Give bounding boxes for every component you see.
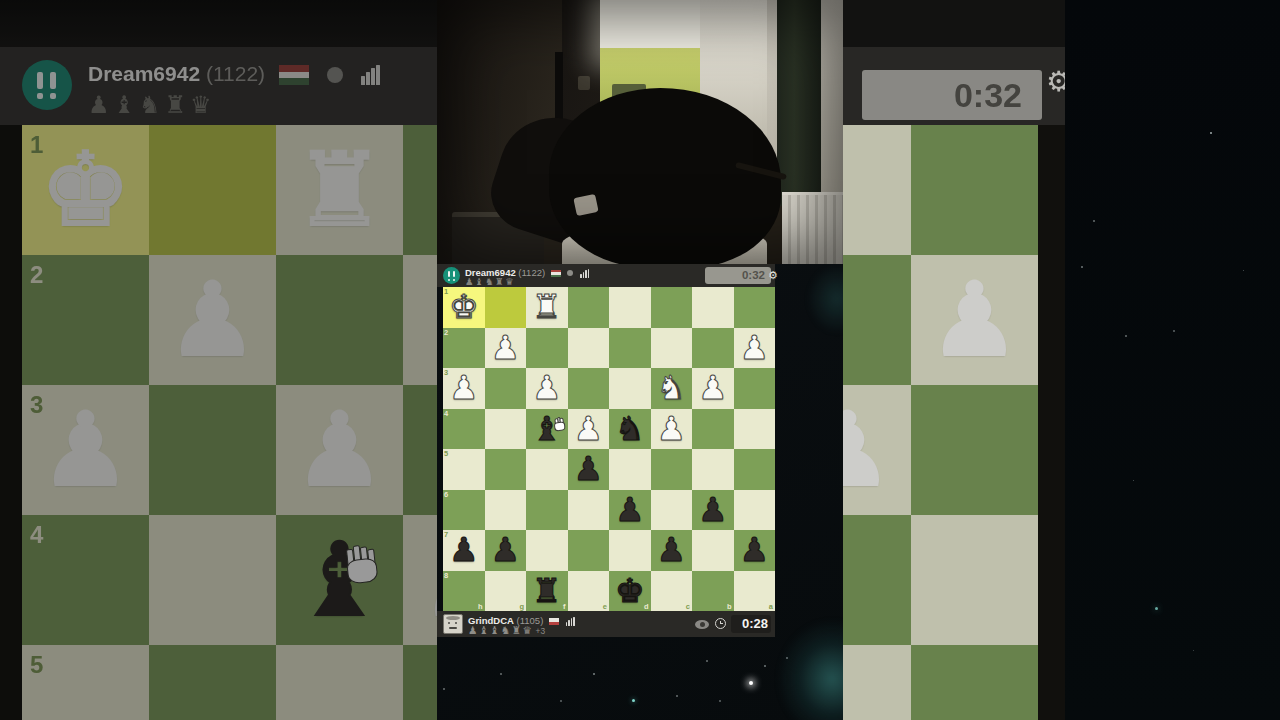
square-h4[interactable]: 4 — [443, 409, 485, 450]
piece-wR-f1[interactable]: ♜ — [526, 287, 568, 328]
file-label: b — [727, 603, 732, 611]
board-edge — [0, 125, 22, 720]
file-label: e — [603, 603, 607, 611]
square-a6[interactable] — [734, 490, 776, 531]
screenshot-root: Dream6942 (1122) ♟♝♞♜♛ 1♚♜2♟3♟♟4♝♟5♟ — [0, 0, 1280, 720]
captured-pieces-row: ♟♝♞♜♛ — [465, 276, 514, 287]
square-h6[interactable]: 6 — [443, 490, 485, 531]
star — [500, 673, 502, 675]
square-d6[interactable]: ♟ — [609, 490, 651, 531]
square-f5[interactable] — [526, 449, 568, 490]
rank-label: 3 — [444, 369, 448, 377]
piece-bP-d6[interactable]: ♟ — [609, 490, 651, 531]
square-h7[interactable]: 7♟ — [443, 530, 485, 571]
square-h5[interactable]: 5 — [22, 645, 149, 720]
square-h2[interactable]: 2 — [22, 255, 149, 385]
captured-piece-icon: ♜ — [165, 91, 187, 119]
square-b2[interactable] — [843, 255, 911, 385]
star — [1155, 607, 1158, 610]
piece-bP-c7[interactable]: ♟ — [651, 530, 693, 571]
square-g2[interactable]: ♟ — [149, 255, 276, 385]
square-b5[interactable] — [843, 645, 911, 720]
piece-wP-f3[interactable]: ♟ — [276, 385, 403, 515]
square-c8[interactable]: c — [651, 571, 693, 612]
captured-piece-icon: ♟ — [88, 91, 110, 119]
square-f8[interactable]: f♜ — [526, 571, 568, 612]
captured-piece-icon: ♞ — [485, 276, 494, 287]
square-e2[interactable] — [568, 328, 610, 369]
square-c5[interactable] — [651, 449, 693, 490]
square-d4[interactable]: ♞ — [609, 409, 651, 450]
cursor-hand-icon — [343, 546, 381, 589]
square-h2[interactable]: 2 — [443, 328, 485, 369]
rank-label: 2 — [30, 263, 43, 287]
square-b6[interactable]: ♟ — [692, 490, 734, 531]
star — [719, 700, 721, 702]
square-g3[interactable] — [485, 368, 527, 409]
clock-bottom: 0:28 — [731, 615, 771, 633]
square-h8[interactable]: 8h — [443, 571, 485, 612]
square-c1[interactable] — [651, 287, 693, 328]
piece-bP-h7[interactable]: ♟ — [443, 530, 485, 571]
star — [706, 660, 708, 662]
square-a4[interactable] — [734, 409, 776, 450]
square-d5[interactable] — [609, 449, 651, 490]
file-label: d — [644, 603, 649, 611]
piece-bP-e5[interactable]: ♟ — [403, 645, 437, 720]
star — [1125, 335, 1127, 337]
square-g5[interactable] — [485, 449, 527, 490]
player-bar-bottom: GrindDCA (1105) ♟♝♝♞♜♛+3 — [437, 611, 775, 637]
square-c4[interactable]: ♟ — [651, 409, 693, 450]
captured-piece-icon: ♜ — [495, 276, 504, 287]
captured-pieces-row: ♟♝♞♜♛ — [88, 91, 212, 119]
square-f1[interactable]: ♜ — [526, 287, 568, 328]
captured-piece-icon: ♛ — [505, 276, 514, 287]
eye-icon[interactable] — [695, 620, 709, 629]
vignette — [437, 0, 843, 264]
settings-gear-icon[interactable]: ⚙ — [768, 270, 778, 281]
square-b2[interactable] — [692, 328, 734, 369]
rank-label: 6 — [444, 491, 448, 499]
piece-wP-e4[interactable]: ♟ — [403, 515, 437, 645]
file-label: c — [686, 603, 690, 611]
square-a3[interactable] — [911, 385, 1038, 515]
file-label: g — [519, 603, 524, 611]
background-right: 0:32 ⚙ ♟♟ — [843, 0, 1280, 720]
bg-player-bar-top-right: 0:32 — [843, 47, 1065, 125]
square-g4[interactable] — [149, 515, 276, 645]
square-a8[interactable]: a — [734, 571, 776, 612]
piece-bN-d4[interactable]: ♞ — [609, 409, 651, 450]
hungary-flag-icon — [279, 65, 309, 85]
piece-wN-c3[interactable]: ♞ — [651, 368, 693, 409]
captured-piece-icon: ♞ — [501, 624, 510, 636]
square-c6[interactable] — [651, 490, 693, 531]
rank-label: 4 — [30, 523, 43, 547]
square-f4[interactable]: ♝ — [276, 515, 403, 645]
piece-wP-h3[interactable]: ♟ — [443, 368, 485, 409]
player-name[interactable]: Dream6942 — [88, 62, 200, 85]
chess-app: Dream6942 (1122) ♟♝♞♜♛ 0:32 ⚙ 1♚♜2♟♟3♟♟♞… — [437, 264, 843, 720]
square-g6[interactable] — [485, 490, 527, 531]
square-e1[interactable] — [568, 287, 610, 328]
square-a3[interactable] — [734, 368, 776, 409]
captured-piece-icon: ♟ — [468, 624, 477, 636]
star — [1193, 650, 1194, 651]
square-f6[interactable] — [526, 490, 568, 531]
player-rating: (1122) — [206, 62, 265, 85]
cursor-hand-icon — [553, 417, 565, 431]
rank-label: 5 — [30, 653, 43, 677]
signal-bars-icon — [361, 65, 380, 85]
piece-wP-a2[interactable]: ♟ — [911, 255, 1038, 385]
star — [1133, 480, 1134, 481]
player-rating: (1122) — [518, 267, 545, 278]
rank-label: 1 — [30, 133, 43, 157]
square-g7[interactable]: ♟ — [485, 530, 527, 571]
square-e3[interactable] — [403, 385, 437, 515]
clock-top: 0:32 — [705, 267, 771, 284]
background-top-strip — [843, 0, 1065, 47]
square-e4[interactable]: ♟ — [403, 515, 437, 645]
square-h4[interactable]: 4 — [22, 515, 149, 645]
square-a7[interactable]: ♟ — [734, 530, 776, 571]
piece-wP-b3[interactable]: ♟ — [692, 368, 734, 409]
piece-bR-f8[interactable]: ♜ — [526, 571, 568, 612]
square-b1[interactable] — [692, 287, 734, 328]
nebula — [807, 264, 843, 334]
background-left: Dream6942 (1122) ♟♝♞♜♛ 1♚♜2♟3♟♟4♝♟5♟ — [0, 0, 437, 720]
file-label: a — [769, 603, 773, 611]
file-label: f — [563, 603, 566, 611]
star — [1093, 220, 1095, 222]
clock-top: 0:32 — [862, 70, 1042, 120]
signal-bars-icon — [566, 617, 575, 626]
piece-wR-f1[interactable]: ♜ — [276, 125, 403, 255]
square-e2[interactable] — [403, 255, 437, 385]
square-b3[interactable]: ♟ — [843, 385, 911, 515]
captured-piece-icon: ♝ — [475, 276, 484, 287]
piece-bP-e5[interactable]: ♟ — [568, 449, 610, 490]
captured-piece-icon: ♛ — [523, 624, 532, 636]
piece-wP-c4[interactable]: ♟ — [651, 409, 693, 450]
square-g1[interactable] — [485, 287, 527, 328]
square-b7[interactable] — [692, 530, 734, 571]
avatar[interactable] — [443, 614, 463, 634]
captured-piece-icon: ♞ — [139, 91, 161, 119]
star — [1081, 266, 1083, 268]
captured-piece-icon: ♛ — [190, 91, 212, 119]
captured-piece-icon: ♝ — [490, 624, 499, 636]
rank-label: 5 — [444, 450, 448, 458]
square-a2[interactable]: ♟ — [734, 328, 776, 369]
square-c7[interactable]: ♟ — [651, 530, 693, 571]
star — [560, 700, 562, 702]
square-a4[interactable] — [911, 515, 1038, 645]
hungary-flag-icon — [551, 270, 561, 277]
star — [593, 673, 595, 675]
device-icon — [567, 270, 573, 276]
webcam-feed — [437, 0, 843, 264]
square-b3[interactable]: ♟ — [692, 368, 734, 409]
square-e8[interactable]: e — [568, 571, 610, 612]
square-a1[interactable] — [734, 287, 776, 328]
square-b4[interactable] — [843, 515, 911, 645]
star — [632, 699, 635, 702]
square-f2[interactable] — [526, 328, 568, 369]
rank-label: 3 — [30, 393, 43, 417]
star — [1243, 270, 1244, 271]
captured-piece-icon: ♜ — [512, 624, 521, 636]
square-e1[interactable] — [403, 125, 437, 255]
piece-bB-f4[interactable]: ♝ — [276, 515, 403, 645]
square-e6[interactable] — [568, 490, 610, 531]
star — [1173, 330, 1175, 332]
piece-wP-g2[interactable]: ♟ — [485, 328, 527, 369]
video-column: Dream6942 (1122) ♟♝♞♜♛ 0:32 ⚙ 1♚♜2♟♟3♟♟♞… — [437, 0, 843, 720]
square-e4[interactable]: ♟ — [568, 409, 610, 450]
piece-wP-a2[interactable]: ♟ — [734, 328, 776, 369]
bg-player-bar-top: Dream6942 (1122) ♟♝♞♜♛ — [0, 47, 437, 125]
square-f7[interactable] — [526, 530, 568, 571]
square-a5[interactable] — [911, 645, 1038, 720]
square-b1[interactable] — [843, 125, 911, 255]
square-h3[interactable]: 3♟ — [22, 385, 149, 515]
piece-wP-b3[interactable]: ♟ — [843, 385, 911, 515]
material-advantage: +3 — [536, 626, 546, 636]
square-b5[interactable] — [692, 449, 734, 490]
square-h1[interactable]: 1♚ — [443, 287, 485, 328]
square-d3[interactable] — [609, 368, 651, 409]
square-d8[interactable]: d♚ — [609, 571, 651, 612]
pause-avatar-icon — [22, 60, 72, 110]
square-g2[interactable]: ♟ — [485, 328, 527, 369]
piece-bP-a7[interactable]: ♟ — [734, 530, 776, 571]
square-f3[interactable]: ♟ — [276, 385, 403, 515]
clock-icon[interactable] — [715, 618, 726, 629]
device-icon — [327, 67, 343, 83]
square-a5[interactable] — [734, 449, 776, 490]
square-f3[interactable]: ♟ — [526, 368, 568, 409]
background-top-strip — [0, 0, 437, 47]
poland-flag-icon — [549, 618, 559, 625]
square-e3[interactable] — [568, 368, 610, 409]
piece-wP-f3[interactable]: ♟ — [526, 368, 568, 409]
square-h1[interactable]: 1♚ — [22, 125, 149, 255]
square-f2[interactable] — [276, 255, 403, 385]
square-d2[interactable] — [609, 328, 651, 369]
square-c2[interactable] — [651, 328, 693, 369]
square-b4[interactable] — [692, 409, 734, 450]
square-h5[interactable]: 5 — [443, 449, 485, 490]
rank-label: 7 — [444, 531, 448, 539]
square-b8[interactable]: b — [692, 571, 734, 612]
chess-board: 1♚♜2♟♟3♟♟♞♟4♝♟♞♟5♟6♟♟7♟♟♟♟8hgf♜ed♚cba — [443, 287, 775, 611]
piece-bP-g7[interactable]: ♟ — [485, 530, 527, 571]
captured-piece-icon: ♝ — [114, 91, 136, 119]
captured-pieces-row: ♟♝♝♞♜♛+3 — [468, 624, 545, 636]
rank-label: 2 — [444, 329, 448, 337]
square-c3[interactable]: ♞ — [651, 368, 693, 409]
piece-wK-h1[interactable]: ♚ — [443, 287, 485, 328]
square-a2[interactable]: ♟ — [911, 255, 1038, 385]
rank-label: 8 — [444, 572, 448, 580]
star — [443, 688, 445, 690]
square-f1[interactable]: ♜ — [276, 125, 403, 255]
square-g8[interactable]: g — [485, 571, 527, 612]
square-h3[interactable]: 3♟ — [443, 368, 485, 409]
square-f5[interactable] — [276, 645, 403, 720]
captured-piece-icon: ♝ — [479, 624, 488, 636]
square-e5[interactable]: ♟ — [403, 645, 437, 720]
captured-piece-icon: ♟ — [465, 276, 474, 287]
player-bar-top: Dream6942 (1122) ♟♝♞♜♛ 0:32 — [437, 264, 775, 287]
square-g4[interactable] — [485, 409, 527, 450]
square-g1[interactable] — [149, 125, 276, 255]
piece-wP-g2[interactable]: ♟ — [149, 255, 276, 385]
board-edge — [1038, 125, 1065, 720]
star — [1210, 132, 1212, 134]
signal-bars-icon — [580, 269, 589, 278]
file-label: h — [478, 603, 483, 611]
square-e5[interactable]: ♟ — [568, 449, 610, 490]
square-d7[interactable] — [609, 530, 651, 571]
square-g5[interactable] — [149, 645, 276, 720]
star — [676, 695, 678, 697]
background-board-left: 1♚♜2♟3♟♟4♝♟5♟ — [22, 125, 437, 720]
pause-avatar-icon[interactable] — [443, 267, 460, 284]
star — [749, 681, 753, 685]
square-a1[interactable] — [911, 125, 1038, 255]
nebula — [777, 619, 843, 720]
bg-player-name-row: Dream6942 (1122) — [88, 62, 380, 86]
galaxy-background — [1065, 0, 1280, 720]
star — [764, 665, 766, 667]
piece-bP-b6[interactable]: ♟ — [692, 490, 734, 531]
rank-label: 4 — [444, 410, 448, 418]
rank-label: 1 — [444, 288, 448, 296]
background-board-right: ♟♟ — [843, 125, 1038, 720]
square-g3[interactable] — [149, 385, 276, 515]
square-e7[interactable] — [568, 530, 610, 571]
piece-wP-e4[interactable]: ♟ — [568, 409, 610, 450]
square-d1[interactable] — [609, 287, 651, 328]
